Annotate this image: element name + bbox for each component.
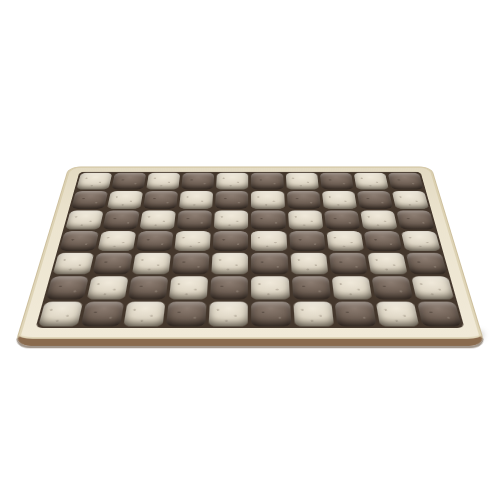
square-r3-c9-light — [360, 210, 398, 229]
square-r4-c5-dark — [213, 231, 248, 251]
square-r2-c10-light — [392, 191, 429, 209]
square-r1-c10-dark — [388, 173, 424, 190]
square-r1-c8-dark — [319, 173, 353, 190]
square-r5-c7-light — [290, 253, 328, 275]
square-r4-c1-dark — [59, 231, 99, 251]
square-r6-c6-light — [252, 277, 290, 300]
square-r7-c5-light — [209, 302, 248, 327]
square-r7-c9-light — [376, 302, 420, 327]
square-r4-c7-dark — [289, 231, 326, 251]
square-r5-c9-light — [367, 253, 407, 275]
square-r2-c4-light — [179, 191, 213, 209]
product-photo-scene — [0, 0, 500, 500]
checkerboard-grid — [35, 172, 464, 328]
square-r7-c4-dark — [166, 302, 207, 327]
square-r5-c3-light — [132, 253, 171, 275]
square-r3-c6-dark — [251, 210, 285, 229]
square-r2-c2-light — [107, 191, 143, 209]
square-r7-c10-dark — [417, 302, 462, 327]
square-r4-c6-light — [251, 231, 286, 251]
square-r1-c6-dark — [251, 173, 283, 190]
square-r1-c5-light — [216, 173, 248, 190]
square-r3-c5-light — [214, 210, 248, 229]
square-r3-c10-dark — [396, 210, 435, 229]
square-r5-c6-dark — [252, 253, 289, 275]
square-r3-c2-dark — [102, 210, 140, 229]
square-r4-c10-light — [401, 231, 441, 251]
square-r6-c9-dark — [371, 277, 413, 300]
square-r7-c7-light — [293, 302, 334, 327]
square-r7-c3-light — [124, 302, 166, 327]
square-r4-c3-dark — [136, 231, 174, 251]
square-r5-c8-dark — [329, 253, 368, 275]
board-perspective-wrapper — [14, 166, 485, 345]
square-r6-c3-dark — [128, 277, 169, 300]
square-r6-c7-dark — [291, 277, 330, 300]
square-r4-c2-light — [98, 231, 137, 251]
square-r3-c7-light — [288, 210, 323, 229]
square-r7-c8-dark — [334, 302, 376, 327]
square-r2-c3-dark — [143, 191, 178, 209]
square-r1-c3-light — [146, 173, 180, 190]
square-r2-c7-dark — [286, 191, 320, 209]
square-r1-c7-light — [285, 173, 318, 190]
square-r2-c9-dark — [357, 191, 393, 209]
square-r6-c10-light — [411, 277, 454, 300]
square-r3-c4-dark — [177, 210, 212, 229]
square-r1-c4-dark — [181, 173, 214, 190]
square-r7-c1-light — [38, 302, 83, 327]
square-r2-c6-light — [251, 191, 284, 209]
square-r2-c1-dark — [71, 191, 108, 209]
square-r1-c9-light — [354, 173, 389, 190]
square-r1-c2-dark — [111, 173, 146, 190]
square-r6-c1-dark — [46, 277, 89, 300]
square-r5-c4-dark — [172, 253, 210, 275]
square-r7-c6-dark — [252, 302, 291, 327]
square-r3-c3-light — [140, 210, 176, 229]
square-r5-c10-dark — [406, 253, 448, 275]
square-r1-c1-light — [76, 173, 112, 190]
square-r5-c5-light — [212, 253, 249, 275]
square-r4-c9-dark — [363, 231, 402, 251]
wooden-board-frame — [14, 166, 485, 345]
square-r2-c5-dark — [215, 191, 248, 209]
square-r5-c1-light — [53, 253, 95, 275]
square-r2-c8-light — [322, 191, 357, 209]
square-r6-c2-light — [87, 277, 129, 300]
square-r6-c5-dark — [210, 277, 248, 300]
square-r6-c4-light — [169, 277, 208, 300]
square-r6-c8-light — [331, 277, 372, 300]
square-r5-c2-dark — [92, 253, 132, 275]
square-r4-c8-light — [326, 231, 364, 251]
square-r4-c4-light — [175, 231, 212, 251]
square-r7-c2-dark — [81, 302, 125, 327]
square-r3-c8-dark — [324, 210, 360, 229]
square-r3-c1-light — [65, 210, 104, 229]
